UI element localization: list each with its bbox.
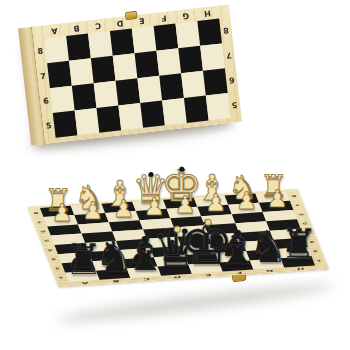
board-squares: ♜♞♝♛♚♝♞♜♟♟♟♟♟♟♟♟♟♟♟♟♟♟♟♟♜♞♝♛♚♝♞♜ <box>40 192 315 282</box>
box-square <box>162 98 187 125</box>
box-square <box>44 36 69 63</box>
coordinate-label: 5 <box>228 92 242 118</box>
chess-set-photo: ABCDEFGH 8765 8765 87654321 87654321 ABC… <box>0 0 350 350</box>
box-square <box>88 31 113 58</box>
square-h1[interactable]: ♜ <box>281 256 315 267</box>
box-square <box>113 53 138 80</box>
coordinate-label: G <box>174 8 197 23</box>
box-square <box>184 96 209 123</box>
box-square <box>97 106 122 133</box>
chess-board: 87654321 87654321 ABCDEFGH ♜♞♝♛♚♝♞♜♟♟♟♟♟… <box>27 189 328 287</box>
box-square <box>53 110 78 137</box>
box-square <box>200 43 225 70</box>
coordinate-label: 6 <box>225 67 239 93</box>
box-square <box>137 76 162 103</box>
box-square <box>66 33 91 60</box>
box-square <box>175 21 200 48</box>
box-square <box>110 29 135 56</box>
box-square <box>156 48 181 75</box>
box-square <box>50 86 75 113</box>
coordinate-label: C <box>87 18 110 33</box>
black-rook-icon: ♜ <box>268 225 328 267</box>
box-square <box>154 24 179 51</box>
box-front-face: ABCDEFGH 8765 8765 <box>32 4 242 144</box>
coordinate-label: A <box>43 23 66 38</box>
white-pawn-icon: ♟ <box>247 187 307 211</box>
box-square <box>159 73 184 100</box>
box-square <box>181 71 206 98</box>
box-square <box>69 58 94 85</box>
box-square <box>178 46 203 73</box>
box-square <box>72 83 97 110</box>
box-square <box>47 61 72 88</box>
box-square <box>91 56 116 83</box>
box-checkerboard <box>44 19 230 138</box>
box-square <box>94 81 119 108</box>
brass-clasp-icon <box>125 11 138 20</box>
coordinate-label: F <box>152 11 175 26</box>
box-square <box>75 108 100 135</box>
coordinate-label: 7 <box>222 42 236 68</box>
box-square <box>118 103 143 130</box>
box-square <box>140 101 165 128</box>
coordinate-label: 8 <box>219 17 233 43</box>
box-square <box>197 19 222 46</box>
coordinate-label: B <box>65 21 88 36</box>
box-square <box>116 78 141 105</box>
folded-chess-box: ABCDEFGH 8765 8765 <box>18 4 242 145</box>
coordinate-label: H <box>196 6 219 21</box>
box-square <box>135 51 160 78</box>
box-square <box>203 68 228 95</box>
box-square <box>132 26 157 53</box>
box-square <box>206 93 231 120</box>
